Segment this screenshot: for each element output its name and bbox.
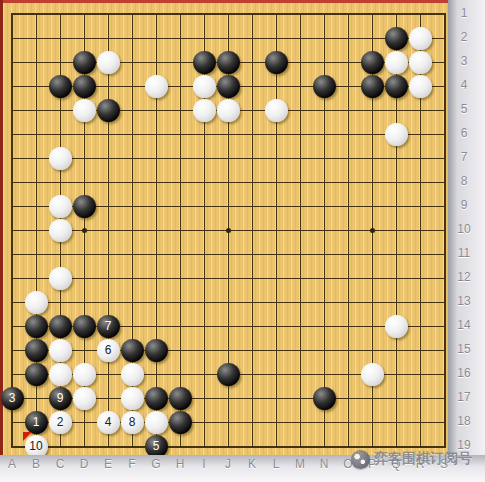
column-label-M: M	[288, 457, 312, 471]
black-stone-C14	[49, 315, 72, 338]
row-label-6: 6	[451, 126, 477, 140]
row-label-5: 5	[451, 102, 477, 116]
white-stone-J5	[217, 99, 240, 122]
column-label-K: K	[240, 457, 264, 471]
row-label-15: 15	[451, 342, 477, 356]
white-stone-C16	[49, 363, 72, 386]
row-label-1: 1	[451, 6, 477, 20]
move-number: 8	[129, 416, 136, 428]
white-stone-B13	[25, 291, 48, 314]
column-label-A: A	[0, 457, 24, 471]
move-number: 5	[153, 440, 160, 452]
row-label-4: 4	[451, 78, 477, 92]
black-stone-N17	[313, 387, 336, 410]
row-label-13: 13	[451, 294, 477, 308]
white-stone-C18: 2	[49, 411, 72, 434]
move-number: 6	[105, 344, 112, 356]
watermark-text: 弈客围棋订阅号	[374, 450, 472, 468]
row-label-2: 2	[451, 30, 477, 44]
row-label-14: 14	[451, 318, 477, 332]
white-stone-Q14	[385, 315, 408, 338]
row-label-3: 3	[451, 54, 477, 68]
black-stone-B18: 1	[25, 411, 48, 434]
row-label-9: 9	[451, 198, 477, 212]
row-label-10: 10	[451, 222, 477, 236]
black-stone-J4	[217, 75, 240, 98]
white-stone-C15	[49, 339, 72, 362]
row-label-11: 11	[451, 246, 477, 260]
go-stones-logo-icon	[351, 450, 370, 469]
black-stone-B14	[25, 315, 48, 338]
move-number: 7	[105, 320, 112, 332]
row-label-7: 7	[451, 150, 477, 164]
black-stone-A17: 3	[1, 387, 24, 410]
row-label-8: 8	[451, 174, 477, 188]
move-number: 1	[33, 416, 40, 428]
white-stone-E3	[97, 51, 120, 74]
column-label-D: D	[72, 457, 96, 471]
black-stone-H17	[169, 387, 192, 410]
black-stone-P4	[361, 75, 384, 98]
black-stone-B15	[25, 339, 48, 362]
move-number: 3	[9, 392, 16, 404]
white-stone-C10	[49, 219, 72, 242]
row-label-18: 18	[451, 414, 477, 428]
black-stone-D9	[73, 195, 96, 218]
black-stone-Q2	[385, 27, 408, 50]
row-label-16: 16	[451, 366, 477, 380]
white-stone-P16	[361, 363, 384, 386]
white-stone-D17	[73, 387, 96, 410]
black-stone-H18	[169, 411, 192, 434]
white-stone-F18: 8	[121, 411, 144, 434]
black-stone-J3	[217, 51, 240, 74]
last-move-marker-triangle	[23, 432, 32, 441]
black-stone-F15	[121, 339, 144, 362]
white-stone-I4	[193, 75, 216, 98]
white-stone-F16	[121, 363, 144, 386]
board-left-edge	[0, 0, 3, 455]
move-number: 2	[57, 416, 64, 428]
white-stone-R4	[409, 75, 432, 98]
star-point	[82, 228, 87, 233]
white-stone-R2	[409, 27, 432, 50]
black-stone-E5	[97, 99, 120, 122]
column-label-F: F	[120, 457, 144, 471]
column-label-C: C	[48, 457, 72, 471]
row-label-17: 17	[451, 390, 477, 404]
white-stone-G4	[145, 75, 168, 98]
white-stone-D16	[73, 363, 96, 386]
white-stone-E15: 6	[97, 339, 120, 362]
watermark: 弈客围棋订阅号	[351, 448, 472, 470]
column-label-N: N	[312, 457, 336, 471]
white-stone-G18	[145, 411, 168, 434]
black-stone-D4	[73, 75, 96, 98]
white-stone-E18: 4	[97, 411, 120, 434]
column-label-H: H	[168, 457, 192, 471]
black-stone-E14: 7	[97, 315, 120, 338]
column-label-B: B	[24, 457, 48, 471]
black-stone-C4	[49, 75, 72, 98]
row-label-12: 12	[451, 270, 477, 284]
black-stone-N4	[313, 75, 336, 98]
white-stone-Q3	[385, 51, 408, 74]
black-stone-B16	[25, 363, 48, 386]
white-stone-C7	[49, 147, 72, 170]
black-stone-Q4	[385, 75, 408, 98]
black-stone-I3	[193, 51, 216, 74]
white-stone-R3	[409, 51, 432, 74]
white-stone-C12	[49, 267, 72, 290]
move-number: 10	[29, 440, 42, 452]
move-number: 4	[105, 416, 112, 428]
column-label-I: I	[192, 457, 216, 471]
white-stone-I5	[193, 99, 216, 122]
column-label-G: G	[144, 457, 168, 471]
black-stone-J16	[217, 363, 240, 386]
column-label-E: E	[96, 457, 120, 471]
black-stone-G17	[145, 387, 168, 410]
white-stone-Q6	[385, 123, 408, 146]
black-stone-L3	[265, 51, 288, 74]
black-stone-C17: 9	[49, 387, 72, 410]
star-point	[370, 228, 375, 233]
go-diagram-page: 76391248105 ABCDEFGHIJKLMNOPQRS123456789…	[0, 0, 485, 482]
column-label-L: L	[264, 457, 288, 471]
white-stone-D5	[73, 99, 96, 122]
board-top-edge	[0, 0, 450, 3]
star-point	[226, 228, 231, 233]
move-number: 9	[57, 392, 64, 404]
white-stone-F17	[121, 387, 144, 410]
black-stone-P3	[361, 51, 384, 74]
column-label-J: J	[216, 457, 240, 471]
white-stone-L5	[265, 99, 288, 122]
black-stone-G15	[145, 339, 168, 362]
black-stone-D3	[73, 51, 96, 74]
white-stone-C9	[49, 195, 72, 218]
black-stone-D14	[73, 315, 96, 338]
